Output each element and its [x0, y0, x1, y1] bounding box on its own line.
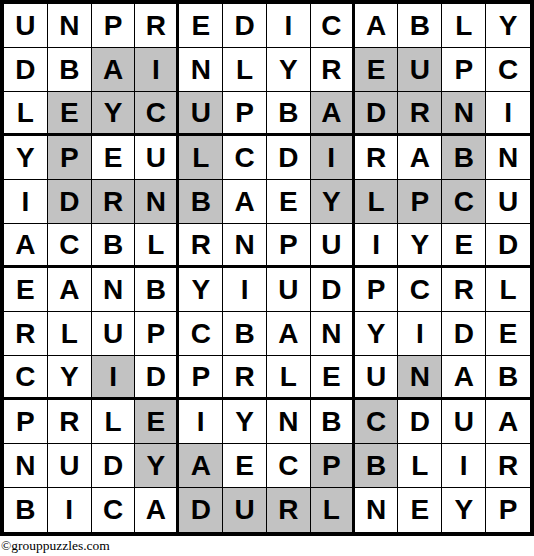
cell-r11c3: D [92, 444, 136, 488]
cell-r2c6: L [223, 48, 267, 92]
cell-r1c10: B [398, 4, 442, 48]
cell-r5c12: U [486, 180, 530, 224]
cell-r4c10: A [398, 136, 442, 180]
cell-r6c10: Y [398, 224, 442, 268]
cell-r12c10: E [398, 488, 442, 532]
cell-r1c9: A [355, 4, 399, 48]
cell-r5c3: R [92, 180, 136, 224]
cell-r9c9: U [355, 356, 399, 400]
cell-r6c5: R [179, 224, 223, 268]
cell-r8c3: U [92, 312, 136, 356]
cell-r8c8: N [311, 312, 355, 356]
cell-r6c2: C [48, 224, 92, 268]
cell-r2c12: C [486, 48, 530, 92]
cell-r12c1: B [4, 488, 48, 532]
cell-r7c10: C [398, 268, 442, 312]
cell-r6c7: P [267, 224, 311, 268]
cell-r6c11: E [442, 224, 486, 268]
cell-r7c4: B [135, 268, 179, 312]
cell-r11c8: P [311, 444, 355, 488]
cell-r1c7: I [267, 4, 311, 48]
cell-r10c10: D [398, 400, 442, 444]
cell-r12c5: D [179, 488, 223, 532]
cell-r11c2: U [48, 444, 92, 488]
cell-r3c6: P [223, 92, 267, 136]
cell-r2c7: Y [267, 48, 311, 92]
cell-r8c6: B [223, 312, 267, 356]
cell-r7c2: A [48, 268, 92, 312]
cell-r9c6: R [223, 356, 267, 400]
cell-r4c6: C [223, 136, 267, 180]
cell-r10c7: N [267, 400, 311, 444]
cell-r9c4: D [135, 356, 179, 400]
cell-r3c5: U [179, 92, 223, 136]
cell-r11c10: L [398, 444, 442, 488]
cell-r6c3: B [92, 224, 136, 268]
cell-r5c8: Y [311, 180, 355, 224]
cell-r10c3: L [92, 400, 136, 444]
cell-r9c3: I [92, 356, 136, 400]
cell-r5c6: A [223, 180, 267, 224]
cell-r3c8: A [311, 92, 355, 136]
cell-r11c4: Y [135, 444, 179, 488]
cell-r10c4: E [135, 400, 179, 444]
cell-r8c5: C [179, 312, 223, 356]
cell-r10c11: U [442, 400, 486, 444]
cell-r7c11: R [442, 268, 486, 312]
cell-r11c11: I [442, 444, 486, 488]
cell-r4c2: P [48, 136, 92, 180]
cell-r11c12: R [486, 444, 530, 488]
cell-r3c9: D [355, 92, 399, 136]
cell-r7c5: Y [179, 268, 223, 312]
cell-r1c4: R [135, 4, 179, 48]
cell-r10c6: Y [223, 400, 267, 444]
cell-r12c8: L [311, 488, 355, 532]
cell-r11c1: N [4, 444, 48, 488]
cell-r2c9: E [355, 48, 399, 92]
cell-r12c3: C [92, 488, 136, 532]
cell-r9c2: Y [48, 356, 92, 400]
cell-r8c2: L [48, 312, 92, 356]
cell-r4c7: D [267, 136, 311, 180]
cell-r1c8: C [311, 4, 355, 48]
cell-r12c7: R [267, 488, 311, 532]
cell-r9c5: P [179, 356, 223, 400]
cell-r3c3: Y [92, 92, 136, 136]
cell-r7c9: P [355, 268, 399, 312]
cell-r3c2: E [48, 92, 92, 136]
cell-r9c1: C [4, 356, 48, 400]
cell-r3c10: R [398, 92, 442, 136]
cell-r5c10: P [398, 180, 442, 224]
cell-r12c6: U [223, 488, 267, 532]
cell-r3c4: C [135, 92, 179, 136]
cell-r12c4: A [135, 488, 179, 532]
cell-r10c8: B [311, 400, 355, 444]
cell-r7c3: N [92, 268, 136, 312]
cell-r7c7: U [267, 268, 311, 312]
cell-r4c11: B [442, 136, 486, 180]
cell-r1c5: E [179, 4, 223, 48]
cell-r12c11: Y [442, 488, 486, 532]
cell-r2c4: I [135, 48, 179, 92]
cell-r7c12: L [486, 268, 530, 312]
cell-r5c11: C [442, 180, 486, 224]
cell-r8c7: A [267, 312, 311, 356]
cell-r2c8: R [311, 48, 355, 92]
cell-r8c10: I [398, 312, 442, 356]
cell-r9c10: N [398, 356, 442, 400]
cell-r1c11: L [442, 4, 486, 48]
cell-r4c4: U [135, 136, 179, 180]
cell-r1c3: P [92, 4, 136, 48]
cell-r11c5: A [179, 444, 223, 488]
cell-r4c3: E [92, 136, 136, 180]
cell-r2c5: N [179, 48, 223, 92]
cell-r1c12: Y [486, 4, 530, 48]
cell-r3c1: L [4, 92, 48, 136]
cell-r5c4: N [135, 180, 179, 224]
cell-r8c1: R [4, 312, 48, 356]
cell-r10c2: R [48, 400, 92, 444]
cell-r4c1: Y [4, 136, 48, 180]
cell-r2c10: U [398, 48, 442, 92]
credit-watermark: ©grouppuzzles.com [1, 538, 110, 554]
cell-r9c8: E [311, 356, 355, 400]
cell-r8c9: Y [355, 312, 399, 356]
cell-r2c3: A [92, 48, 136, 92]
wordoku-board: UNPREDICABLYDBAINLYREUPCLEYCUPBADRNIYPEU… [0, 0, 534, 536]
cell-r6c8: U [311, 224, 355, 268]
cell-r12c9: N [355, 488, 399, 532]
cell-r9c12: B [486, 356, 530, 400]
cell-r1c6: D [223, 4, 267, 48]
cell-r10c1: P [4, 400, 48, 444]
cell-r5c2: D [48, 180, 92, 224]
cell-r11c9: B [355, 444, 399, 488]
cell-r7c1: E [4, 268, 48, 312]
cell-r5c7: E [267, 180, 311, 224]
cell-r1c1: U [4, 4, 48, 48]
cell-r3c11: N [442, 92, 486, 136]
cell-r6c6: N [223, 224, 267, 268]
cell-r10c5: I [179, 400, 223, 444]
cell-r2c2: B [48, 48, 92, 92]
cell-r4c12: N [486, 136, 530, 180]
cell-r3c7: B [267, 92, 311, 136]
cell-r8c12: E [486, 312, 530, 356]
cell-r10c12: A [486, 400, 530, 444]
cell-r12c12: P [486, 488, 530, 532]
cell-r6c1: A [4, 224, 48, 268]
cell-r2c11: P [442, 48, 486, 92]
cell-r8c11: D [442, 312, 486, 356]
cell-r9c11: A [442, 356, 486, 400]
cell-r10c9: C [355, 400, 399, 444]
cell-r9c7: L [267, 356, 311, 400]
cell-r11c7: C [267, 444, 311, 488]
cell-r8c4: P [135, 312, 179, 356]
cell-r5c1: I [4, 180, 48, 224]
cell-r4c8: I [311, 136, 355, 180]
cell-r1c2: N [48, 4, 92, 48]
cell-r5c9: L [355, 180, 399, 224]
cell-r7c8: D [311, 268, 355, 312]
cell-r6c12: D [486, 224, 530, 268]
cell-r4c5: L [179, 136, 223, 180]
cell-r6c9: I [355, 224, 399, 268]
puzzle-page: UNPREDICABLYDBAINLYREUPCLEYCUPBADRNIYPEU… [0, 0, 534, 556]
cell-r11c6: E [223, 444, 267, 488]
cell-r7c6: I [223, 268, 267, 312]
cell-r3c12: I [486, 92, 530, 136]
cell-r5c5: B [179, 180, 223, 224]
cell-r2c1: D [4, 48, 48, 92]
cell-r6c4: L [135, 224, 179, 268]
cell-r12c2: I [48, 488, 92, 532]
cell-r4c9: R [355, 136, 399, 180]
